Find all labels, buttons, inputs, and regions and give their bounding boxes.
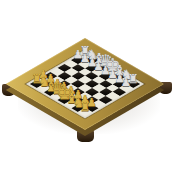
chess-set-photo: ♜♞♝♛♚♝♞♜♟♟♟♟♟♟♟♟♟♟♟♟♟♟♟♟♜♞♝♛♚♝♞♜	[0, 0, 175, 175]
piece-silver-p-h7[interactable]: ♟	[121, 78, 131, 88]
square-h1[interactable]: ♜	[78, 108, 92, 116]
piece-gold-r-h1[interactable]: ♜	[80, 102, 90, 112]
